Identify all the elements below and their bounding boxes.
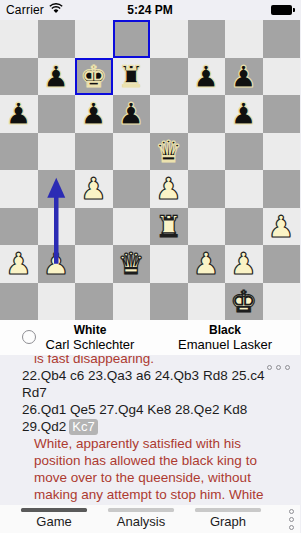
status-bar: Carrier 5:24 PM <box>0 0 300 20</box>
tab-game[interactable]: Game <box>21 508 87 529</box>
square-e6[interactable] <box>150 95 188 133</box>
move-text[interactable]: 26.Qd1 Qe5 27.Qg4 Ke8 28.Qe2 Kd8 29.Qd2K… <box>0 401 300 435</box>
square-e5[interactable]: ♛ <box>150 133 188 171</box>
square-b6[interactable] <box>38 95 76 133</box>
square-f4[interactable] <box>188 170 226 208</box>
square-f1[interactable] <box>188 283 226 321</box>
tab-analysis[interactable]: Analysis <box>108 508 174 529</box>
status-time: 5:24 PM <box>0 3 300 17</box>
black-pawn: ♟ <box>225 95 263 133</box>
square-a8[interactable] <box>0 20 38 58</box>
square-g5[interactable] <box>225 133 263 171</box>
current-move-badge[interactable]: Kc7 <box>69 419 97 435</box>
square-g6[interactable]: ♟ <box>225 95 263 133</box>
square-f7[interactable]: ♟ <box>188 58 226 96</box>
more-menu-icon[interactable] <box>289 509 294 530</box>
square-e3[interactable]: ♜ <box>150 208 188 246</box>
square-b3[interactable] <box>38 208 76 246</box>
black-pawn: ♟ <box>225 58 263 96</box>
square-f3[interactable] <box>188 208 226 246</box>
square-h1[interactable] <box>263 283 301 321</box>
square-c3[interactable] <box>75 208 113 246</box>
square-d5[interactable] <box>113 133 151 171</box>
white-pawn: ♟ <box>263 208 301 246</box>
square-h4[interactable] <box>263 170 301 208</box>
square-b5[interactable] <box>38 133 76 171</box>
square-g2[interactable]: ♟ <box>225 245 263 283</box>
square-b1[interactable] <box>38 283 76 321</box>
black-pawn: ♟ <box>113 95 151 133</box>
white-player-name: Carl Schlechter <box>46 337 135 352</box>
square-a2[interactable]: ♟ <box>0 245 38 283</box>
tab-bar: GameAnalysisGraph <box>0 505 300 533</box>
white-king: ♚ <box>225 283 263 321</box>
square-a4[interactable] <box>0 170 38 208</box>
white-pawn: ♟ <box>225 245 263 283</box>
square-h8[interactable] <box>263 20 301 58</box>
square-g8[interactable] <box>225 20 263 58</box>
square-c4[interactable]: ♟ <box>75 170 113 208</box>
square-e7[interactable] <box>150 58 188 96</box>
move-text[interactable]: 22.Qb4 c6 23.Qa3 a6 24.Qb3 Rd8 25.c4 Rd7 <box>0 367 300 401</box>
square-d3[interactable] <box>113 208 151 246</box>
tab-graph[interactable]: Graph <box>195 508 261 529</box>
square-c5[interactable] <box>75 133 113 171</box>
square-a6[interactable]: ♟ <box>0 95 38 133</box>
square-c2[interactable] <box>75 245 113 283</box>
square-d8[interactable] <box>113 20 151 58</box>
square-e2[interactable] <box>150 245 188 283</box>
white-label: White <box>74 323 107 337</box>
square-h5[interactable] <box>263 133 301 171</box>
square-b4[interactable] <box>38 170 76 208</box>
white-pawn: ♟ <box>150 170 188 208</box>
square-f2[interactable]: ♟ <box>188 245 226 283</box>
square-d1[interactable] <box>113 283 151 321</box>
square-e4[interactable]: ♟ <box>150 170 188 208</box>
black-pawn: ♟ <box>188 58 226 96</box>
square-g1[interactable]: ♚ <box>225 283 263 321</box>
black-rook: ♜ <box>113 58 151 96</box>
square-b8[interactable] <box>38 20 76 58</box>
square-h3[interactable]: ♟ <box>263 208 301 246</box>
white-to-move-indicator <box>22 330 36 344</box>
square-c6[interactable]: ♟ <box>75 95 113 133</box>
square-c1[interactable] <box>75 283 113 321</box>
square-b2[interactable]: ♟ <box>38 245 76 283</box>
square-d4[interactable] <box>113 170 151 208</box>
square-f5[interactable] <box>188 133 226 171</box>
white-pawn: ♟ <box>0 245 38 283</box>
square-h7[interactable] <box>263 58 301 96</box>
black-player: Black Emanuel Lasker <box>150 320 300 355</box>
white-pawn: ♟ <box>188 245 226 283</box>
white-rook: ♜ <box>150 208 188 246</box>
square-e8[interactable] <box>150 20 188 58</box>
square-d2[interactable]: ♛ <box>113 245 151 283</box>
black-player-name: Emanuel Lasker <box>178 337 272 352</box>
annotation-text[interactable]: is fast disappearing. <box>0 355 300 367</box>
black-pawn: ♟ <box>0 95 38 133</box>
annotation-text[interactable]: White, apparently satisfied with his pos… <box>0 435 300 505</box>
chess-board[interactable]: ♟♚♜♟♟♟♟♟♟♛♟♟♜♟♟♟♛♟♟♚ <box>0 20 300 320</box>
black-label: Black <box>209 323 241 337</box>
more-annotations-indicator <box>267 365 290 370</box>
black-king: ♚ <box>75 58 113 96</box>
square-c8[interactable] <box>75 20 113 58</box>
square-f8[interactable] <box>188 20 226 58</box>
square-d6[interactable]: ♟ <box>113 95 151 133</box>
black-queen: ♛ <box>150 133 188 171</box>
square-h6[interactable] <box>263 95 301 133</box>
square-a7[interactable] <box>0 58 38 96</box>
move-list[interactable]: is fast disappearing.22.Qb4 c6 23.Qa3 a6… <box>0 355 300 505</box>
white-queen: ♛ <box>113 245 151 283</box>
black-pawn: ♟ <box>75 95 113 133</box>
square-d7[interactable]: ♜ <box>113 58 151 96</box>
white-pawn: ♟ <box>38 245 76 283</box>
square-g7[interactable]: ♟ <box>225 58 263 96</box>
square-b7[interactable]: ♟ <box>38 58 76 96</box>
white-pawn: ♟ <box>75 170 113 208</box>
square-g4[interactable] <box>225 170 263 208</box>
square-a3[interactable] <box>0 208 38 246</box>
square-c7[interactable]: ♚ <box>75 58 113 96</box>
square-a5[interactable] <box>0 133 38 171</box>
square-a1[interactable] <box>0 283 38 321</box>
player-strip: White Carl Schlechter Black Emanuel Lask… <box>0 320 300 355</box>
square-e1[interactable] <box>150 283 188 321</box>
square-g3[interactable] <box>225 208 263 246</box>
square-h2[interactable] <box>263 245 301 283</box>
square-f6[interactable] <box>188 95 226 133</box>
black-pawn: ♟ <box>38 58 76 96</box>
battery-icon <box>271 5 292 15</box>
